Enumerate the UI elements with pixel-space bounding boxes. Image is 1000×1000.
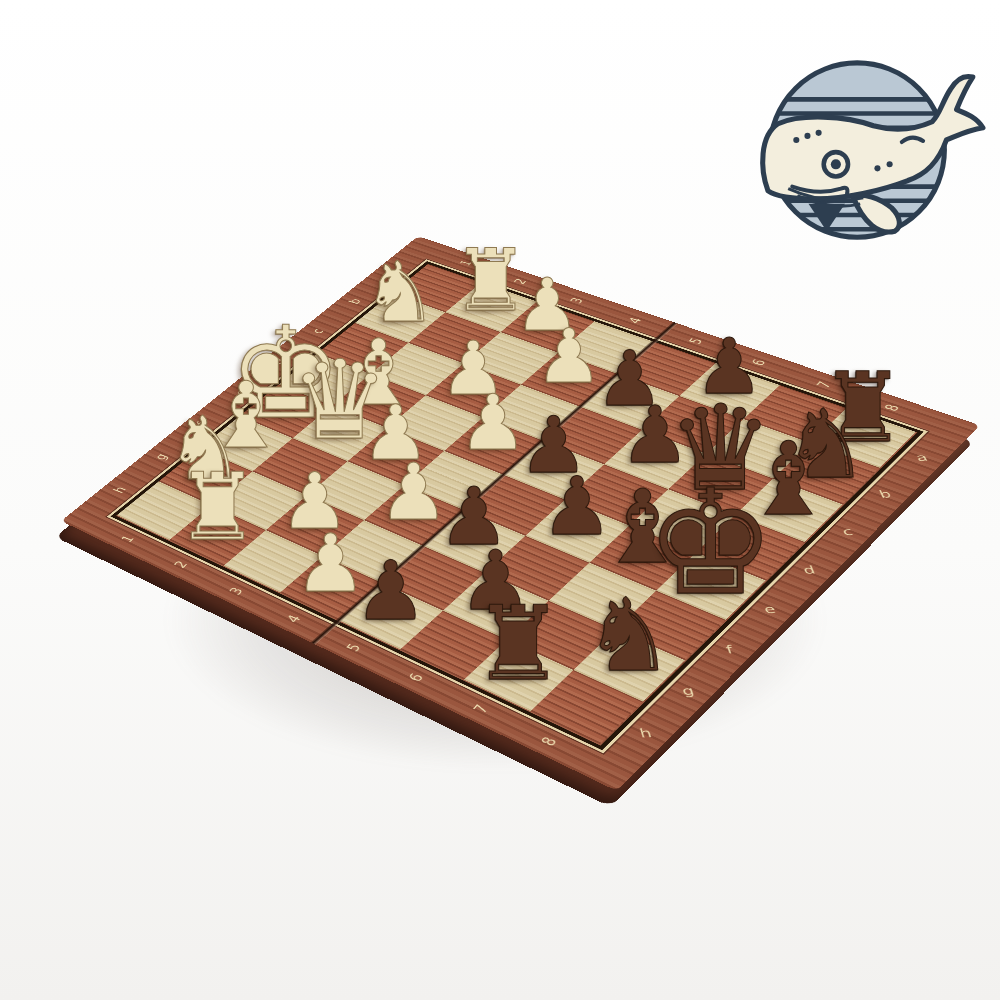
whale-eye-pupil	[831, 159, 841, 169]
rank-label-bottom-4: 4	[279, 609, 311, 630]
piece-black-knight[interactable]: ♞	[568, 585, 689, 686]
rank-label-bottom-8: 8	[532, 730, 567, 754]
rank-label-bottom-6: 6	[400, 667, 434, 689]
rank-label-bottom-3: 3	[221, 581, 252, 601]
product-photo-scene: 1122334455667788aabbccddeeffgghh ♜♞♝♚♛♝♞…	[0, 0, 1000, 1000]
rank-label-bottom-1: 1	[113, 530, 143, 549]
piece-black-pawn[interactable]: ♟	[342, 550, 440, 631]
file-label-left-h: h	[106, 481, 135, 499]
file-label-right-d: d	[794, 562, 826, 579]
file-label-right-h: h	[630, 725, 662, 744]
rank-label-top-4: 4	[621, 313, 651, 329]
piece-white-rook[interactable]: ♜	[162, 461, 273, 554]
rank-label-bottom-5: 5	[338, 637, 371, 659]
file-label-right-f: f	[714, 641, 746, 659]
piece-black-rook[interactable]: ♜	[457, 593, 580, 695]
whale-logo	[703, 36, 987, 250]
file-label-right-g: g	[673, 683, 705, 701]
